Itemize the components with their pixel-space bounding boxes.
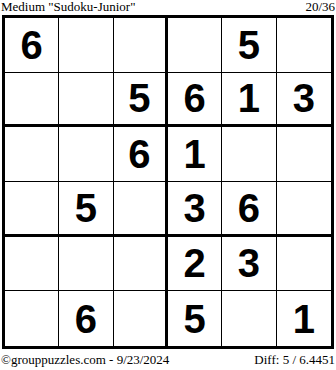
puzzle-counter: 20/36 [305, 0, 335, 14]
cell-r4c6[interactable] [277, 182, 331, 237]
difficulty-text: Diff: 5 / 6.4451 [254, 352, 335, 367]
cell-r2c1[interactable] [5, 73, 59, 128]
cell-r5c2[interactable] [59, 237, 113, 292]
cell-r4c2: 5 [59, 182, 113, 237]
cell-r6c4: 5 [168, 291, 222, 346]
cell-r2c4: 6 [168, 73, 222, 128]
cell-r3c1[interactable] [5, 127, 59, 182]
puzzle-title: Medium "Sudoku-Junior" [1, 0, 135, 14]
footer: ©grouppuzzles.com - 9/23/2024 Diff: 5 / … [1, 352, 335, 367]
cell-r3c4: 1 [168, 127, 222, 182]
cell-r3c5[interactable] [222, 127, 276, 182]
cell-r1c1: 6 [5, 18, 59, 73]
header: Medium "Sudoku-Junior" 20/36 [1, 0, 335, 15]
cell-r1c6[interactable] [277, 18, 331, 73]
cell-r3c2[interactable] [59, 127, 113, 182]
cell-r2c3: 5 [114, 73, 168, 128]
cell-r3c6[interactable] [277, 127, 331, 182]
cell-r5c5: 3 [222, 237, 276, 292]
cell-r6c1[interactable] [5, 291, 59, 346]
cell-r1c2[interactable] [59, 18, 113, 73]
cell-r6c6: 1 [277, 291, 331, 346]
cell-r1c4[interactable] [168, 18, 222, 73]
cell-r6c5[interactable] [222, 291, 276, 346]
cell-r5c6[interactable] [277, 237, 331, 292]
cell-r6c2: 6 [59, 291, 113, 346]
cell-r5c1[interactable] [5, 237, 59, 292]
cell-r4c1[interactable] [5, 182, 59, 237]
cell-r2c5: 1 [222, 73, 276, 128]
cell-r3c3: 6 [114, 127, 168, 182]
cell-r4c5: 6 [222, 182, 276, 237]
copyright-text: ©grouppuzzles.com - 9/23/2024 [1, 352, 169, 367]
cell-r5c3[interactable] [114, 237, 168, 292]
cell-r1c5: 5 [222, 18, 276, 73]
puzzle-page: Medium "Sudoku-Junior" 20/36 65561361536… [0, 0, 336, 370]
cell-r4c3[interactable] [114, 182, 168, 237]
cell-r4c4: 3 [168, 182, 222, 237]
cell-r2c6: 3 [277, 73, 331, 128]
cell-r2c2[interactable] [59, 73, 113, 128]
cell-r5c4: 2 [168, 237, 222, 292]
cell-r6c3[interactable] [114, 291, 168, 346]
sudoku-board: 6556136153623651 [2, 15, 334, 349]
cell-r1c3[interactable] [114, 18, 168, 73]
